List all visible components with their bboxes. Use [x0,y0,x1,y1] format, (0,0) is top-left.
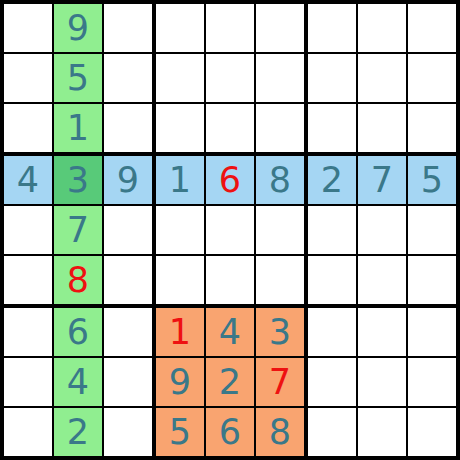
cell-r9c5[interactable]: 6 [206,408,254,456]
cell-r3c1[interactable] [4,104,52,152]
cell-r2c3[interactable] [104,54,152,102]
cell-r3c6[interactable] [256,104,304,152]
cell-r8c2[interactable]: 4 [54,358,102,406]
cell-r7c9[interactable] [408,308,456,356]
cell-r9c2[interactable]: 2 [54,408,102,456]
cell-r4c5[interactable]: 6 [206,156,254,204]
cell-r2c7[interactable] [308,54,356,102]
cell-r4c4[interactable]: 1 [156,156,204,204]
cell-r9c4[interactable]: 5 [156,408,204,456]
cell-r6c4[interactable] [156,256,204,304]
cell-r5c3[interactable] [104,206,152,254]
cell-r2c6[interactable] [256,54,304,102]
cell-r9c3[interactable] [104,408,152,456]
cell-r7c2[interactable]: 6 [54,308,102,356]
cell-r2c2[interactable]: 5 [54,54,102,102]
box-1-0: 43978 [4,156,152,304]
cell-r4c9[interactable]: 5 [408,156,456,204]
cell-r2c9[interactable] [408,54,456,102]
cell-r6c9[interactable] [408,256,456,304]
cell-r3c9[interactable] [408,104,456,152]
cell-r1c2[interactable]: 9 [54,4,102,52]
cell-r1c1[interactable] [4,4,52,52]
cell-r9c8[interactable] [358,408,406,456]
cell-r7c6[interactable]: 3 [256,308,304,356]
cell-r3c4[interactable] [156,104,204,152]
cell-r8c7[interactable] [308,358,356,406]
cell-r7c1[interactable] [4,308,52,356]
cell-r8c9[interactable] [408,358,456,406]
cell-r9c6[interactable]: 8 [256,408,304,456]
cell-r5c6[interactable] [256,206,304,254]
cell-r7c4[interactable]: 1 [156,308,204,356]
cell-r1c3[interactable] [104,4,152,52]
cell-r8c5[interactable]: 2 [206,358,254,406]
cell-r6c7[interactable] [308,256,356,304]
cell-r3c2[interactable]: 1 [54,104,102,152]
sudoku-app: 95143978168275642143927568 [0,0,460,460]
cell-r3c5[interactable] [206,104,254,152]
cell-r2c4[interactable] [156,54,204,102]
cell-r4c8[interactable]: 7 [358,156,406,204]
cell-r9c9[interactable] [408,408,456,456]
cell-r1c8[interactable] [358,4,406,52]
cell-r5c4[interactable] [156,206,204,254]
cell-r5c2[interactable]: 7 [54,206,102,254]
cell-r9c1[interactable] [4,408,52,456]
cell-r4c1[interactable]: 4 [4,156,52,204]
cell-r3c8[interactable] [358,104,406,152]
cell-r1c9[interactable] [408,4,456,52]
cell-r1c5[interactable] [206,4,254,52]
cell-r6c8[interactable] [358,256,406,304]
cell-r5c9[interactable] [408,206,456,254]
cell-r6c5[interactable] [206,256,254,304]
cell-r3c7[interactable] [308,104,356,152]
cell-r9c7[interactable] [308,408,356,456]
box-2-0: 642 [4,308,152,456]
cell-r6c1[interactable] [4,256,52,304]
cell-r7c5[interactable]: 4 [206,308,254,356]
box-0-1 [156,4,304,152]
cell-r6c3[interactable] [104,256,152,304]
cell-r8c6[interactable]: 7 [256,358,304,406]
box-0-2 [308,4,456,152]
sudoku-board: 95143978168275642143927568 [0,0,460,460]
cell-r2c5[interactable] [206,54,254,102]
cell-r7c3[interactable] [104,308,152,356]
cell-r7c7[interactable] [308,308,356,356]
cell-r8c8[interactable] [358,358,406,406]
cell-r4c2[interactable]: 3 [54,156,102,204]
box-0-0: 951 [4,4,152,152]
cell-r1c6[interactable] [256,4,304,52]
box-2-1: 143927568 [156,308,304,456]
box-1-2: 275 [308,156,456,304]
cell-r8c3[interactable] [104,358,152,406]
cell-r2c8[interactable] [358,54,406,102]
cell-r6c2[interactable]: 8 [54,256,102,304]
cell-r2c1[interactable] [4,54,52,102]
cell-r5c8[interactable] [358,206,406,254]
cell-r5c7[interactable] [308,206,356,254]
cell-r7c8[interactable] [358,308,406,356]
cell-r1c4[interactable] [156,4,204,52]
cell-r8c1[interactable] [4,358,52,406]
box-2-2 [308,308,456,456]
cell-r4c7[interactable]: 2 [308,156,356,204]
cell-r5c5[interactable] [206,206,254,254]
cell-r4c6[interactable]: 8 [256,156,304,204]
cell-r6c6[interactable] [256,256,304,304]
cell-r3c3[interactable] [104,104,152,152]
cell-r5c1[interactable] [4,206,52,254]
cell-r1c7[interactable] [308,4,356,52]
box-1-1: 168 [156,156,304,304]
cell-r8c4[interactable]: 9 [156,358,204,406]
cell-r4c3[interactable]: 9 [104,156,152,204]
